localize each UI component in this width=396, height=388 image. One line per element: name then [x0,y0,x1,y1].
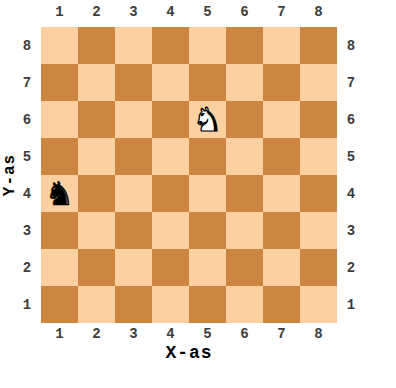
bottom-coordinates: 12345678 [41,325,337,343]
square-x6-y8[interactable] [226,27,263,64]
coordinate-label: 8 [16,27,38,64]
square-x4-y5[interactable] [152,138,189,175]
square-x3-y7[interactable] [115,64,152,101]
square-x7-y1[interactable] [263,286,300,323]
square-x5-y3[interactable] [189,212,226,249]
square-x8-y1[interactable] [300,286,337,323]
coordinate-label: 1 [41,3,78,21]
coordinate-label: 2 [16,249,38,286]
square-x1-y2[interactable] [41,249,78,286]
square-x7-y7[interactable] [263,64,300,101]
coordinate-label: 1 [340,286,362,323]
coordinate-label: 6 [340,101,362,138]
square-x6-y1[interactable] [226,286,263,323]
square-x8-y8[interactable] [300,27,337,64]
coordinate-label: 8 [340,27,362,64]
square-x5-y5[interactable] [189,138,226,175]
coordinate-label: 7 [263,325,300,343]
square-x2-y3[interactable] [78,212,115,249]
square-x5-y8[interactable] [189,27,226,64]
square-x8-y7[interactable] [300,64,337,101]
square-x5-y2[interactable] [189,249,226,286]
chess-diagram: 12345678 87654321 87654321 12345678 ♞♞ Y… [0,0,396,388]
square-x4-y7[interactable] [152,64,189,101]
square-x6-y5[interactable] [226,138,263,175]
coordinate-label: 4 [152,325,189,343]
square-x7-y3[interactable] [263,212,300,249]
square-x7-y5[interactable] [263,138,300,175]
coordinate-label: 6 [226,3,263,21]
white-knight[interactable]: ♞ [193,101,223,138]
square-x2-y7[interactable] [78,64,115,101]
coordinate-label: 2 [78,325,115,343]
square-x1-y3[interactable] [41,212,78,249]
square-x8-y4[interactable] [300,175,337,212]
square-x3-y4[interactable] [115,175,152,212]
coordinate-label: 4 [152,3,189,21]
square-x5-y1[interactable] [189,286,226,323]
square-x8-y2[interactable] [300,249,337,286]
square-x7-y8[interactable] [263,27,300,64]
square-x2-y1[interactable] [78,286,115,323]
square-x3-y3[interactable] [115,212,152,249]
x-axis-label: X-as [41,343,337,363]
square-x1-y7[interactable] [41,64,78,101]
square-x5-y4[interactable] [189,175,226,212]
square-x7-y4[interactable] [263,175,300,212]
square-x2-y8[interactable] [78,27,115,64]
coordinate-label: 5 [16,138,38,175]
coordinate-label: 3 [16,212,38,249]
square-x1-y1[interactable] [41,286,78,323]
black-knight[interactable]: ♞ [45,175,75,212]
square-x3-y5[interactable] [115,138,152,175]
coordinate-label: 3 [115,3,152,21]
square-x4-y4[interactable] [152,175,189,212]
square-x4-y3[interactable] [152,212,189,249]
coordinate-label: 8 [300,3,337,21]
square-x2-y2[interactable] [78,249,115,286]
y-axis-label: Y-as [1,154,19,196]
square-x6-y3[interactable] [226,212,263,249]
square-x1-y5[interactable] [41,138,78,175]
square-x3-y2[interactable] [115,249,152,286]
square-x4-y1[interactable] [152,286,189,323]
square-x8-y6[interactable] [300,101,337,138]
coordinate-label: 7 [340,64,362,101]
chess-board: ♞♞ [41,27,337,323]
square-x7-y2[interactable] [263,249,300,286]
square-x4-y6[interactable] [152,101,189,138]
square-x4-y2[interactable] [152,249,189,286]
square-x8-y3[interactable] [300,212,337,249]
square-x8-y5[interactable] [300,138,337,175]
square-x5-y7[interactable] [189,64,226,101]
coordinate-label: 8 [300,325,337,343]
square-x7-y6[interactable] [263,101,300,138]
square-x6-y6[interactable] [226,101,263,138]
square-x3-y6[interactable] [115,101,152,138]
square-x2-y4[interactable] [78,175,115,212]
coordinate-label: 5 [189,325,226,343]
square-x4-y8[interactable] [152,27,189,64]
coordinate-label: 3 [115,325,152,343]
coordinate-label: 5 [189,3,226,21]
coordinate-label: 5 [340,138,362,175]
square-x3-y1[interactable] [115,286,152,323]
right-coordinates: 87654321 [340,27,362,323]
coordinate-label: 4 [16,175,38,212]
square-x2-y5[interactable] [78,138,115,175]
square-x1-y6[interactable] [41,101,78,138]
square-x6-y7[interactable] [226,64,263,101]
coordinate-label: 3 [340,212,362,249]
top-coordinates: 12345678 [41,3,337,21]
left-coordinates: 87654321 [16,27,38,323]
coordinate-label: 6 [16,101,38,138]
square-x6-y4[interactable] [226,175,263,212]
square-x1-y8[interactable] [41,27,78,64]
coordinate-label: 7 [16,64,38,101]
coordinate-label: 2 [78,3,115,21]
coordinate-label: 2 [340,249,362,286]
square-x5-y6[interactable]: ♞ [189,101,226,138]
coordinate-label: 1 [41,325,78,343]
coordinate-label: 1 [16,286,38,323]
square-x1-y4[interactable]: ♞ [41,175,78,212]
coordinate-label: 7 [263,3,300,21]
square-x3-y8[interactable] [115,27,152,64]
square-x2-y6[interactable] [78,101,115,138]
coordinate-label: 4 [340,175,362,212]
square-x6-y2[interactable] [226,249,263,286]
coordinate-label: 6 [226,325,263,343]
